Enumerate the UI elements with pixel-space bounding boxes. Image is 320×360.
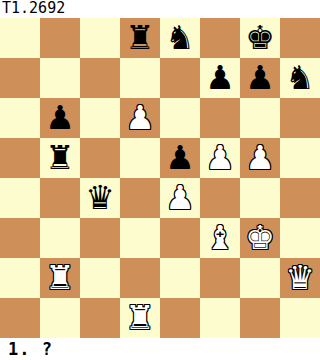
square-g1[interactable] bbox=[240, 298, 280, 338]
square-d6[interactable]: ♟ bbox=[120, 98, 160, 138]
piece-black-pawn: ♟ bbox=[45, 98, 75, 138]
square-h1[interactable] bbox=[280, 298, 320, 338]
piece-white-queen: ♛ bbox=[285, 258, 315, 298]
piece-black-king: ♚ bbox=[245, 18, 275, 58]
square-a6[interactable] bbox=[0, 98, 40, 138]
piece-black-knight: ♞ bbox=[285, 58, 315, 98]
piece-white-pawn: ♟ bbox=[205, 138, 235, 178]
square-h6[interactable] bbox=[280, 98, 320, 138]
square-c5[interactable] bbox=[80, 138, 120, 178]
square-g7[interactable]: ♟ bbox=[240, 58, 280, 98]
piece-black-rook: ♜ bbox=[45, 138, 75, 178]
piece-white-pawn: ♟ bbox=[165, 178, 195, 218]
square-f7[interactable]: ♟ bbox=[200, 58, 240, 98]
chess-board: ♜♞♚♟♟♞♟♟♜♟♟♟♛♟♝♚♜♛♜ bbox=[0, 18, 320, 338]
square-d7[interactable] bbox=[120, 58, 160, 98]
square-b6[interactable]: ♟ bbox=[40, 98, 80, 138]
piece-black-pawn: ♟ bbox=[245, 58, 275, 98]
square-g8[interactable]: ♚ bbox=[240, 18, 280, 58]
square-b5[interactable]: ♜ bbox=[40, 138, 80, 178]
square-c2[interactable] bbox=[80, 258, 120, 298]
piece-white-king: ♚ bbox=[245, 218, 275, 258]
piece-black-pawn: ♟ bbox=[165, 138, 195, 178]
square-e4[interactable]: ♟ bbox=[160, 178, 200, 218]
square-h3[interactable] bbox=[280, 218, 320, 258]
piece-black-queen: ♛ bbox=[85, 178, 115, 218]
square-d2[interactable] bbox=[120, 258, 160, 298]
square-h5[interactable] bbox=[280, 138, 320, 178]
square-c1[interactable] bbox=[80, 298, 120, 338]
square-e3[interactable] bbox=[160, 218, 200, 258]
square-h2[interactable]: ♛ bbox=[280, 258, 320, 298]
square-a8[interactable] bbox=[0, 18, 40, 58]
square-f2[interactable] bbox=[200, 258, 240, 298]
square-d1[interactable]: ♜ bbox=[120, 298, 160, 338]
square-d8[interactable]: ♜ bbox=[120, 18, 160, 58]
square-d5[interactable] bbox=[120, 138, 160, 178]
move-prompt: 1. ? bbox=[0, 338, 320, 360]
square-e1[interactable] bbox=[160, 298, 200, 338]
square-a5[interactable] bbox=[0, 138, 40, 178]
square-e7[interactable] bbox=[160, 58, 200, 98]
square-h7[interactable]: ♞ bbox=[280, 58, 320, 98]
square-e6[interactable] bbox=[160, 98, 200, 138]
square-f5[interactable]: ♟ bbox=[200, 138, 240, 178]
chess-app-window: T1.2692 ♜♞♚♟♟♞♟♟♜♟♟♟♛♟♝♚♜♛♜ 1. ? bbox=[0, 0, 320, 360]
square-c3[interactable] bbox=[80, 218, 120, 258]
square-a1[interactable] bbox=[0, 298, 40, 338]
square-a7[interactable] bbox=[0, 58, 40, 98]
square-b3[interactable] bbox=[40, 218, 80, 258]
square-a2[interactable] bbox=[0, 258, 40, 298]
square-d4[interactable] bbox=[120, 178, 160, 218]
square-g3[interactable]: ♚ bbox=[240, 218, 280, 258]
square-e2[interactable] bbox=[160, 258, 200, 298]
square-f4[interactable] bbox=[200, 178, 240, 218]
square-e5[interactable]: ♟ bbox=[160, 138, 200, 178]
square-h4[interactable] bbox=[280, 178, 320, 218]
square-b4[interactable] bbox=[40, 178, 80, 218]
square-c6[interactable] bbox=[80, 98, 120, 138]
piece-white-bishop: ♝ bbox=[205, 218, 235, 258]
piece-white-rook: ♜ bbox=[125, 298, 155, 338]
square-f8[interactable] bbox=[200, 18, 240, 58]
square-f1[interactable] bbox=[200, 298, 240, 338]
square-c7[interactable] bbox=[80, 58, 120, 98]
piece-white-rook: ♜ bbox=[45, 258, 75, 298]
piece-black-rook: ♜ bbox=[125, 18, 155, 58]
piece-black-knight: ♞ bbox=[165, 18, 195, 58]
square-a4[interactable] bbox=[0, 178, 40, 218]
piece-black-pawn: ♟ bbox=[205, 58, 235, 98]
square-a3[interactable] bbox=[0, 218, 40, 258]
square-g5[interactable]: ♟ bbox=[240, 138, 280, 178]
square-g2[interactable] bbox=[240, 258, 280, 298]
square-d3[interactable] bbox=[120, 218, 160, 258]
square-h8[interactable] bbox=[280, 18, 320, 58]
puzzle-id: T1.2692 bbox=[0, 0, 320, 18]
square-c8[interactable] bbox=[80, 18, 120, 58]
piece-white-pawn: ♟ bbox=[245, 138, 275, 178]
piece-white-pawn: ♟ bbox=[125, 98, 155, 138]
square-b1[interactable] bbox=[40, 298, 80, 338]
square-b7[interactable] bbox=[40, 58, 80, 98]
square-f3[interactable]: ♝ bbox=[200, 218, 240, 258]
square-c4[interactable]: ♛ bbox=[80, 178, 120, 218]
square-g4[interactable] bbox=[240, 178, 280, 218]
square-b8[interactable] bbox=[40, 18, 80, 58]
square-b2[interactable]: ♜ bbox=[40, 258, 80, 298]
square-e8[interactable]: ♞ bbox=[160, 18, 200, 58]
square-g6[interactable] bbox=[240, 98, 280, 138]
square-f6[interactable] bbox=[200, 98, 240, 138]
